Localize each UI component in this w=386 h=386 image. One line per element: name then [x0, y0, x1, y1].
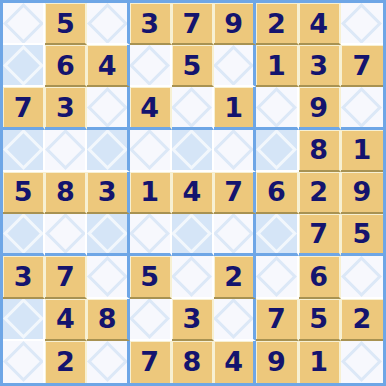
- cell-r4c8[interactable]: 8: [299, 130, 341, 172]
- cell-r1c2[interactable]: 5: [45, 3, 87, 45]
- diamond-icon: [3, 214, 44, 254]
- cell-r5c3[interactable]: 3: [87, 172, 129, 214]
- cell-r8c4[interactable]: [130, 299, 172, 341]
- diamond-icon: [341, 341, 382, 382]
- diamond-icon: [3, 341, 44, 382]
- cell-r3c3[interactable]: [87, 87, 129, 129]
- diamond-icon: [341, 3, 382, 44]
- cell-r9c7[interactable]: 9: [256, 341, 298, 383]
- diamond-icon: [130, 45, 171, 86]
- diamond-icon: [87, 3, 127, 44]
- diamond-icon: [87, 130, 127, 171]
- cell-r6c6[interactable]: [214, 214, 256, 256]
- cell-r1c4[interactable]: 3: [130, 3, 172, 45]
- cell-r7c9[interactable]: [341, 256, 383, 298]
- diamond-icon: [130, 214, 171, 254]
- cell-r9c4[interactable]: 7: [130, 341, 172, 383]
- diamond-icon: [256, 214, 297, 254]
- cell-r5c9[interactable]: 9: [341, 172, 383, 214]
- cell-r9c5[interactable]: 8: [172, 341, 214, 383]
- cell-r7c1[interactable]: 3: [3, 256, 45, 298]
- cell-r1c7[interactable]: 2: [256, 3, 298, 45]
- cell-r1c9[interactable]: [341, 3, 383, 45]
- cell-r8c5[interactable]: 3: [172, 299, 214, 341]
- diamond-icon: [130, 130, 171, 171]
- cell-r2c4[interactable]: [130, 45, 172, 87]
- cell-r6c2[interactable]: [45, 214, 87, 256]
- cell-r6c3[interactable]: [87, 214, 129, 256]
- cell-r6c4[interactable]: [130, 214, 172, 256]
- diamond-icon: [87, 214, 127, 254]
- diamond-icon: [172, 130, 213, 171]
- diamond-icon: [214, 45, 254, 86]
- cell-r6c7[interactable]: [256, 214, 298, 256]
- diamond-icon: [341, 87, 382, 127]
- cell-r8c2[interactable]: 4: [45, 299, 87, 341]
- cell-r2c7[interactable]: 1: [256, 45, 298, 87]
- cell-r3c6[interactable]: 1: [214, 87, 256, 129]
- cell-r3c8[interactable]: 9: [299, 87, 341, 129]
- diamond-icon: [3, 45, 44, 86]
- cell-r4c5[interactable]: [172, 130, 214, 172]
- cell-r6c9[interactable]: 5: [341, 214, 383, 256]
- cell-r3c9[interactable]: [341, 87, 383, 129]
- cell-r2c9[interactable]: 7: [341, 45, 383, 87]
- cell-r9c1[interactable]: [3, 341, 45, 383]
- cell-r1c6[interactable]: 9: [214, 3, 256, 45]
- diamond-icon: [256, 87, 297, 127]
- cell-r1c5[interactable]: 7: [172, 3, 214, 45]
- cell-r3c5[interactable]: [172, 87, 214, 129]
- cell-r1c1[interactable]: [3, 3, 45, 45]
- cell-r8c9[interactable]: 2: [341, 299, 383, 341]
- cell-r4c3[interactable]: [87, 130, 129, 172]
- cell-r5c1[interactable]: 5: [3, 172, 45, 214]
- cell-r3c4[interactable]: 4: [130, 87, 172, 129]
- cell-r7c5[interactable]: [172, 256, 214, 298]
- cell-r9c9[interactable]: [341, 341, 383, 383]
- cell-r3c2[interactable]: 3: [45, 87, 87, 129]
- cell-r8c8[interactable]: 5: [299, 299, 341, 341]
- cell-r5c4[interactable]: 1: [130, 172, 172, 214]
- cell-r6c1[interactable]: [3, 214, 45, 256]
- diamond-icon: [214, 130, 254, 171]
- cell-r9c3[interactable]: [87, 341, 129, 383]
- cell-r8c1[interactable]: [3, 299, 45, 341]
- cell-r6c5[interactable]: [172, 214, 214, 256]
- diamond-icon: [3, 130, 44, 171]
- cell-r8c3[interactable]: 8: [87, 299, 129, 341]
- sudoku-board: 5379246451377341981583147629753752648375…: [0, 0, 386, 386]
- cell-r8c6[interactable]: [214, 299, 256, 341]
- diamond-icon: [3, 3, 44, 44]
- diamond-icon: [214, 214, 254, 254]
- diamond-icon: [87, 256, 127, 297]
- cell-r2c8[interactable]: 3: [299, 45, 341, 87]
- cell-r1c3[interactable]: [87, 3, 129, 45]
- cell-r5c7[interactable]: 6: [256, 172, 298, 214]
- cell-r8c7[interactable]: 7: [256, 299, 298, 341]
- diamond-icon: [256, 256, 297, 297]
- diamond-icon: [341, 256, 382, 297]
- cell-r3c1[interactable]: 7: [3, 87, 45, 129]
- diamond-icon: [256, 130, 297, 171]
- diamond-icon: [172, 214, 213, 254]
- cell-r5c8[interactable]: 2: [299, 172, 341, 214]
- cell-r7c3[interactable]: [87, 256, 129, 298]
- cell-r5c6[interactable]: 7: [214, 172, 256, 214]
- sudoku-grid: 5379246451377341981583147629753752648375…: [3, 3, 383, 383]
- cell-r2c5[interactable]: 5: [172, 45, 214, 87]
- cell-r7c7[interactable]: [256, 256, 298, 298]
- cell-r4c6[interactable]: [214, 130, 256, 172]
- cell-r3c7[interactable]: [256, 87, 298, 129]
- diamond-icon: [45, 130, 86, 171]
- diamond-icon: [87, 87, 127, 127]
- cell-r4c1[interactable]: [3, 130, 45, 172]
- cell-r5c2[interactable]: 8: [45, 172, 87, 214]
- cell-r7c4[interactable]: 5: [130, 256, 172, 298]
- cell-r5c5[interactable]: 4: [172, 172, 214, 214]
- cell-r6c8[interactable]: 7: [299, 214, 341, 256]
- diamond-icon: [45, 214, 86, 254]
- cell-r7c6[interactable]: 2: [214, 256, 256, 298]
- cell-r9c8[interactable]: 1: [299, 341, 341, 383]
- diamond-icon: [87, 341, 127, 382]
- cell-r9c2[interactable]: 2: [45, 341, 87, 383]
- diamond-icon: [172, 87, 213, 127]
- diamond-icon: [172, 256, 213, 297]
- diamond-icon: [214, 299, 254, 340]
- cell-r4c4[interactable]: [130, 130, 172, 172]
- cell-r9c6[interactable]: 4: [214, 341, 256, 383]
- diamond-icon: [3, 299, 44, 340]
- cell-r4c2[interactable]: [45, 130, 87, 172]
- cell-r2c2[interactable]: 6: [45, 45, 87, 87]
- cell-r4c7[interactable]: [256, 130, 298, 172]
- cell-r7c8[interactable]: 6: [299, 256, 341, 298]
- diamond-icon: [130, 299, 171, 340]
- cell-r1c8[interactable]: 4: [299, 3, 341, 45]
- cell-r7c2[interactable]: 7: [45, 256, 87, 298]
- cell-r4c9[interactable]: 1: [341, 130, 383, 172]
- cell-r2c1[interactable]: [3, 45, 45, 87]
- cell-r2c6[interactable]: [214, 45, 256, 87]
- cell-r2c3[interactable]: 4: [87, 45, 129, 87]
